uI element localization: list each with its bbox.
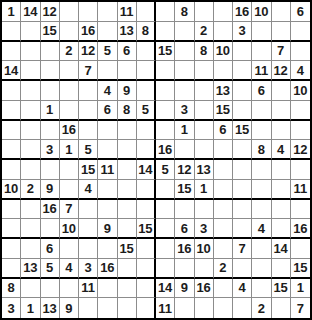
cell-r8c8-empty[interactable] <box>137 140 156 160</box>
cell-r1c1-given[interactable]: 1 <box>2 2 21 22</box>
cell-r6c7-given[interactable]: 8 <box>118 101 137 121</box>
cell-r5c12-given[interactable]: 13 <box>214 81 233 101</box>
cell-r14c3-given[interactable]: 5 <box>41 259 60 279</box>
cell-r8c14-given[interactable]: 8 <box>252 140 271 160</box>
cell-r16c5-empty[interactable] <box>79 298 98 318</box>
cell-r16c3-given[interactable]: 13 <box>41 298 60 318</box>
cell-r4c6-empty[interactable] <box>98 61 117 81</box>
cell-r7c7-empty[interactable] <box>118 121 137 141</box>
cell-r6c5-empty[interactable] <box>79 101 98 121</box>
cell-r2c5-given[interactable]: 16 <box>79 22 98 42</box>
cell-r2c10-empty[interactable] <box>175 22 194 42</box>
cell-r7c14-empty[interactable] <box>252 121 271 141</box>
cell-r6c6-given[interactable]: 6 <box>98 101 117 121</box>
cell-r8c13-empty[interactable] <box>233 140 252 160</box>
cell-r1c14-given[interactable]: 10 <box>252 2 271 22</box>
cell-r8c15-given[interactable]: 4 <box>272 140 291 160</box>
cell-r9c3-empty[interactable] <box>41 160 60 180</box>
cell-r2c13-given[interactable]: 3 <box>233 22 252 42</box>
cell-r10c1-given[interactable]: 10 <box>2 180 21 200</box>
cell-r9c2-empty[interactable] <box>21 160 40 180</box>
cell-r8c12-empty[interactable] <box>214 140 233 160</box>
cell-r10c8-empty[interactable] <box>137 180 156 200</box>
cell-r14c12-given[interactable]: 2 <box>214 259 233 279</box>
cell-r7c5-empty[interactable] <box>79 121 98 141</box>
cell-r7c15-empty[interactable] <box>272 121 291 141</box>
cell-r5c6-given[interactable]: 4 <box>98 81 117 101</box>
cell-r5c2-empty[interactable] <box>21 81 40 101</box>
cell-r12c9-empty[interactable] <box>156 219 175 239</box>
cell-r15c3-empty[interactable] <box>41 279 60 299</box>
cell-r3c3-empty[interactable] <box>41 42 60 62</box>
cell-r8c10-empty[interactable] <box>175 140 194 160</box>
cell-r7c6-empty[interactable] <box>98 121 117 141</box>
cell-r10c2-given[interactable]: 2 <box>21 180 40 200</box>
cell-r1c16-given[interactable]: 6 <box>291 2 310 22</box>
cell-r2c1-empty[interactable] <box>2 22 21 42</box>
cell-r2c15-empty[interactable] <box>272 22 291 42</box>
cell-r9c14-empty[interactable] <box>252 160 271 180</box>
cell-r12c4-given[interactable]: 10 <box>60 219 79 239</box>
cell-r12c10-given[interactable]: 6 <box>175 219 194 239</box>
cell-r4c2-empty[interactable] <box>21 61 40 81</box>
cell-r14c5-given[interactable]: 3 <box>79 259 98 279</box>
cell-r14c6-given[interactable]: 16 <box>98 259 117 279</box>
cell-r11c16-empty[interactable] <box>291 200 310 220</box>
cell-r11c9-empty[interactable] <box>156 200 175 220</box>
cell-r8c9-given[interactable]: 16 <box>156 140 175 160</box>
cell-r4c13-empty[interactable] <box>233 61 252 81</box>
cell-r11c6-empty[interactable] <box>98 200 117 220</box>
cell-r16c13-empty[interactable] <box>233 298 252 318</box>
cell-r4c10-empty[interactable] <box>175 61 194 81</box>
cell-r10c9-empty[interactable] <box>156 180 175 200</box>
cell-r8c3-given[interactable]: 3 <box>41 140 60 160</box>
cell-r8c4-given[interactable]: 1 <box>60 140 79 160</box>
cell-r13c13-given[interactable]: 7 <box>233 239 252 259</box>
cell-r6c14-empty[interactable] <box>252 101 271 121</box>
cell-r3c14-empty[interactable] <box>252 42 271 62</box>
cell-r1c5-empty[interactable] <box>79 2 98 22</box>
cell-r1c4-empty[interactable] <box>60 2 79 22</box>
cell-r6c15-empty[interactable] <box>272 101 291 121</box>
cell-r2c16-empty[interactable] <box>291 22 310 42</box>
cell-r8c7-empty[interactable] <box>118 140 137 160</box>
cell-r16c15-empty[interactable] <box>272 298 291 318</box>
cell-r9c10-given[interactable]: 12 <box>175 160 194 180</box>
cell-r7c9-empty[interactable] <box>156 121 175 141</box>
cell-r13c9-empty[interactable] <box>156 239 175 259</box>
cell-r10c6-empty[interactable] <box>98 180 117 200</box>
cell-r12c15-empty[interactable] <box>272 219 291 239</box>
cell-r9c1-empty[interactable] <box>2 160 21 180</box>
cell-r2c12-empty[interactable] <box>214 22 233 42</box>
cell-r11c15-empty[interactable] <box>272 200 291 220</box>
cell-r15c13-given[interactable]: 4 <box>233 279 252 299</box>
cell-r3c4-given[interactable]: 2 <box>60 42 79 62</box>
cell-r5c1-empty[interactable] <box>2 81 21 101</box>
cell-r5c9-empty[interactable] <box>156 81 175 101</box>
cell-r2c9-empty[interactable] <box>156 22 175 42</box>
cell-r9c9-given[interactable]: 5 <box>156 160 175 180</box>
cell-r7c16-empty[interactable] <box>291 121 310 141</box>
cell-r15c8-empty[interactable] <box>137 279 156 299</box>
cell-r6c8-given[interactable]: 5 <box>137 101 156 121</box>
cell-r10c11-given[interactable]: 1 <box>195 180 214 200</box>
cell-r8c11-empty[interactable] <box>195 140 214 160</box>
cell-r11c5-empty[interactable] <box>79 200 98 220</box>
cell-r14c14-empty[interactable] <box>252 259 271 279</box>
cell-r4c12-empty[interactable] <box>214 61 233 81</box>
cell-r11c7-empty[interactable] <box>118 200 137 220</box>
cell-r15c11-given[interactable]: 16 <box>195 279 214 299</box>
cell-r5c11-empty[interactable] <box>195 81 214 101</box>
cell-r3c13-empty[interactable] <box>233 42 252 62</box>
cell-r16c16-given[interactable]: 7 <box>291 298 310 318</box>
cell-r16c6-empty[interactable] <box>98 298 117 318</box>
cell-r6c1-empty[interactable] <box>2 101 21 121</box>
cell-r11c4-given[interactable]: 7 <box>60 200 79 220</box>
cell-r4c7-empty[interactable] <box>118 61 137 81</box>
cell-r15c7-empty[interactable] <box>118 279 137 299</box>
cell-r15c5-given[interactable]: 11 <box>79 279 98 299</box>
cell-r16c10-empty[interactable] <box>175 298 194 318</box>
cell-r3c16-empty[interactable] <box>291 42 310 62</box>
cell-r7c10-given[interactable]: 1 <box>175 121 194 141</box>
cell-r13c2-empty[interactable] <box>21 239 40 259</box>
cell-r10c14-empty[interactable] <box>252 180 271 200</box>
cell-r13c5-empty[interactable] <box>79 239 98 259</box>
cell-r9c16-empty[interactable] <box>291 160 310 180</box>
cell-r11c12-empty[interactable] <box>214 200 233 220</box>
cell-r4c4-empty[interactable] <box>60 61 79 81</box>
cell-r15c15-given[interactable]: 15 <box>272 279 291 299</box>
cell-r14c2-given[interactable]: 13 <box>21 259 40 279</box>
cell-r12c1-empty[interactable] <box>2 219 21 239</box>
cell-r1c12-empty[interactable] <box>214 2 233 22</box>
cell-r11c2-empty[interactable] <box>21 200 40 220</box>
cell-r16c11-empty[interactable] <box>195 298 214 318</box>
cell-r10c7-empty[interactable] <box>118 180 137 200</box>
cell-r4c3-empty[interactable] <box>41 61 60 81</box>
cell-r11c10-empty[interactable] <box>175 200 194 220</box>
cell-r4c5-given[interactable]: 7 <box>79 61 98 81</box>
cell-r12c7-empty[interactable] <box>118 219 137 239</box>
cell-r3c12-given[interactable]: 10 <box>214 42 233 62</box>
cell-r12c3-empty[interactable] <box>41 219 60 239</box>
cell-r5c4-empty[interactable] <box>60 81 79 101</box>
cell-r6c3-given[interactable]: 1 <box>41 101 60 121</box>
cell-r7c12-given[interactable]: 6 <box>214 121 233 141</box>
cell-r6c10-given[interactable]: 3 <box>175 101 194 121</box>
cell-r9c8-given[interactable]: 14 <box>137 160 156 180</box>
sudoku-16x16-board: 1141211816106151613823212561581071471112… <box>0 0 312 320</box>
cell-r5c10-empty[interactable] <box>175 81 194 101</box>
cell-r3c5-given[interactable]: 12 <box>79 42 98 62</box>
cell-r3c6-given[interactable]: 5 <box>98 42 117 62</box>
cell-r3c7-given[interactable]: 6 <box>118 42 137 62</box>
cell-r5c13-empty[interactable] <box>233 81 252 101</box>
cell-r2c11-given[interactable]: 2 <box>195 22 214 42</box>
cell-r15c9-given[interactable]: 14 <box>156 279 175 299</box>
cell-r16c4-given[interactable]: 9 <box>60 298 79 318</box>
cell-r4c15-given[interactable]: 12 <box>272 61 291 81</box>
cell-r9c15-empty[interactable] <box>272 160 291 180</box>
cell-r13c16-empty[interactable] <box>291 239 310 259</box>
cell-r5c3-empty[interactable] <box>41 81 60 101</box>
cell-r16c1-given[interactable]: 3 <box>2 298 21 318</box>
cell-r15c10-given[interactable]: 9 <box>175 279 194 299</box>
cell-r14c9-empty[interactable] <box>156 259 175 279</box>
cell-r6c16-empty[interactable] <box>291 101 310 121</box>
cell-r1c8-empty[interactable] <box>137 2 156 22</box>
cell-r16c8-empty[interactable] <box>137 298 156 318</box>
cell-r12c12-empty[interactable] <box>214 219 233 239</box>
cell-r15c6-empty[interactable] <box>98 279 117 299</box>
cell-r2c3-given[interactable]: 15 <box>41 22 60 42</box>
cell-r13c15-given[interactable]: 14 <box>272 239 291 259</box>
cell-r4c11-empty[interactable] <box>195 61 214 81</box>
cell-r5c16-given[interactable]: 10 <box>291 81 310 101</box>
cell-r15c12-empty[interactable] <box>214 279 233 299</box>
cell-r7c13-given[interactable]: 15 <box>233 121 252 141</box>
cell-r11c13-empty[interactable] <box>233 200 252 220</box>
cell-r14c16-given[interactable]: 15 <box>291 259 310 279</box>
cell-r1c13-given[interactable]: 16 <box>233 2 252 22</box>
cell-r12c6-given[interactable]: 9 <box>98 219 117 239</box>
cell-r12c2-empty[interactable] <box>21 219 40 239</box>
cell-r14c11-empty[interactable] <box>195 259 214 279</box>
cell-r13c1-empty[interactable] <box>2 239 21 259</box>
cell-r12c16-given[interactable]: 16 <box>291 219 310 239</box>
cell-r14c1-empty[interactable] <box>2 259 21 279</box>
cell-r4c16-given[interactable]: 4 <box>291 61 310 81</box>
cell-r12c11-given[interactable]: 3 <box>195 219 214 239</box>
cell-r14c8-empty[interactable] <box>137 259 156 279</box>
cell-r9c13-empty[interactable] <box>233 160 252 180</box>
cell-r11c3-given[interactable]: 16 <box>41 200 60 220</box>
cell-r13c3-given[interactable]: 6 <box>41 239 60 259</box>
cell-r13c14-empty[interactable] <box>252 239 271 259</box>
cell-r2c2-empty[interactable] <box>21 22 40 42</box>
cell-r6c11-empty[interactable] <box>195 101 214 121</box>
cell-r2c8-given[interactable]: 8 <box>137 22 156 42</box>
cell-r10c3-given[interactable]: 9 <box>41 180 60 200</box>
cell-r1c15-empty[interactable] <box>272 2 291 22</box>
cell-r11c14-empty[interactable] <box>252 200 271 220</box>
cell-r10c10-given[interactable]: 15 <box>175 180 194 200</box>
cell-r11c11-empty[interactable] <box>195 200 214 220</box>
cell-r8c6-empty[interactable] <box>98 140 117 160</box>
cell-r1c11-empty[interactable] <box>195 2 214 22</box>
cell-r3c15-given[interactable]: 7 <box>272 42 291 62</box>
cell-r15c16-given[interactable]: 1 <box>291 279 310 299</box>
cell-r10c15-empty[interactable] <box>272 180 291 200</box>
cell-r9c6-given[interactable]: 11 <box>98 160 117 180</box>
cell-r8c2-empty[interactable] <box>21 140 40 160</box>
cell-r12c13-empty[interactable] <box>233 219 252 239</box>
cell-r16c2-given[interactable]: 1 <box>21 298 40 318</box>
cell-r14c4-given[interactable]: 4 <box>60 259 79 279</box>
cell-r15c1-given[interactable]: 8 <box>2 279 21 299</box>
cell-r12c8-given[interactable]: 15 <box>137 219 156 239</box>
cell-r9c11-given[interactable]: 13 <box>195 160 214 180</box>
cell-r12c5-empty[interactable] <box>79 219 98 239</box>
cell-r4c9-empty[interactable] <box>156 61 175 81</box>
cell-r9c7-empty[interactable] <box>118 160 137 180</box>
cell-r10c5-given[interactable]: 4 <box>79 180 98 200</box>
cell-r6c4-empty[interactable] <box>60 101 79 121</box>
cell-r1c2-given[interactable]: 14 <box>21 2 40 22</box>
cell-r1c3-given[interactable]: 12 <box>41 2 60 22</box>
cell-r16c14-given[interactable]: 2 <box>252 298 271 318</box>
cell-r6c2-empty[interactable] <box>21 101 40 121</box>
cell-r10c12-empty[interactable] <box>214 180 233 200</box>
cell-r4c8-empty[interactable] <box>137 61 156 81</box>
cell-r16c9-given[interactable]: 11 <box>156 298 175 318</box>
cell-r9c12-empty[interactable] <box>214 160 233 180</box>
cell-r3c11-given[interactable]: 8 <box>195 42 214 62</box>
cell-r13c10-given[interactable]: 16 <box>175 239 194 259</box>
cell-r8c1-empty[interactable] <box>2 140 21 160</box>
cell-r1c6-empty[interactable] <box>98 2 117 22</box>
cell-r10c13-empty[interactable] <box>233 180 252 200</box>
cell-r14c15-empty[interactable] <box>272 259 291 279</box>
cell-r10c16-given[interactable]: 11 <box>291 180 310 200</box>
cell-r6c13-empty[interactable] <box>233 101 252 121</box>
cell-r16c12-empty[interactable] <box>214 298 233 318</box>
cell-r3c10-empty[interactable] <box>175 42 194 62</box>
cell-r7c3-empty[interactable] <box>41 121 60 141</box>
cell-r1c10-given[interactable]: 8 <box>175 2 194 22</box>
cell-r13c12-empty[interactable] <box>214 239 233 259</box>
cell-r2c7-given[interactable]: 13 <box>118 22 137 42</box>
cell-r14c13-empty[interactable] <box>233 259 252 279</box>
cell-r13c8-empty[interactable] <box>137 239 156 259</box>
cell-r6c9-empty[interactable] <box>156 101 175 121</box>
cell-r7c4-given[interactable]: 16 <box>60 121 79 141</box>
cell-r5c5-empty[interactable] <box>79 81 98 101</box>
cell-r8c5-given[interactable]: 5 <box>79 140 98 160</box>
cell-r3c8-empty[interactable] <box>137 42 156 62</box>
cell-r5c7-given[interactable]: 9 <box>118 81 137 101</box>
cell-r13c6-empty[interactable] <box>98 239 117 259</box>
cell-r13c7-given[interactable]: 15 <box>118 239 137 259</box>
cell-r4c1-given[interactable]: 14 <box>2 61 21 81</box>
cell-r11c1-empty[interactable] <box>2 200 21 220</box>
cell-r1c7-given[interactable]: 11 <box>118 2 137 22</box>
cell-r14c7-empty[interactable] <box>118 259 137 279</box>
cell-r11c8-empty[interactable] <box>137 200 156 220</box>
cell-r6c12-given[interactable]: 15 <box>214 101 233 121</box>
cell-r5c8-empty[interactable] <box>137 81 156 101</box>
cell-r15c14-empty[interactable] <box>252 279 271 299</box>
cell-r9c4-empty[interactable] <box>60 160 79 180</box>
cell-r7c8-empty[interactable] <box>137 121 156 141</box>
cell-r3c1-empty[interactable] <box>2 42 21 62</box>
cell-r2c4-empty[interactable] <box>60 22 79 42</box>
cell-r16c7-empty[interactable] <box>118 298 137 318</box>
cell-r2c14-empty[interactable] <box>252 22 271 42</box>
cell-r7c11-empty[interactable] <box>195 121 214 141</box>
cell-r4c14-given[interactable]: 11 <box>252 61 271 81</box>
cell-r12c14-given[interactable]: 4 <box>252 219 271 239</box>
cell-r3c2-empty[interactable] <box>21 42 40 62</box>
cell-r15c4-empty[interactable] <box>60 279 79 299</box>
cell-r8c16-given[interactable]: 12 <box>291 140 310 160</box>
cell-r5c14-given[interactable]: 6 <box>252 81 271 101</box>
cell-r14c10-empty[interactable] <box>175 259 194 279</box>
cell-r3c9-given[interactable]: 15 <box>156 42 175 62</box>
cell-r9c5-given[interactable]: 15 <box>79 160 98 180</box>
cell-r1c9-empty[interactable] <box>156 2 175 22</box>
cell-r15c2-empty[interactable] <box>21 279 40 299</box>
cell-r7c2-empty[interactable] <box>21 121 40 141</box>
cell-r7c1-empty[interactable] <box>2 121 21 141</box>
cell-r5c15-empty[interactable] <box>272 81 291 101</box>
cell-r2c6-empty[interactable] <box>98 22 117 42</box>
cell-r10c4-empty[interactable] <box>60 180 79 200</box>
cell-r13c11-given[interactable]: 10 <box>195 239 214 259</box>
cell-r13c4-empty[interactable] <box>60 239 79 259</box>
